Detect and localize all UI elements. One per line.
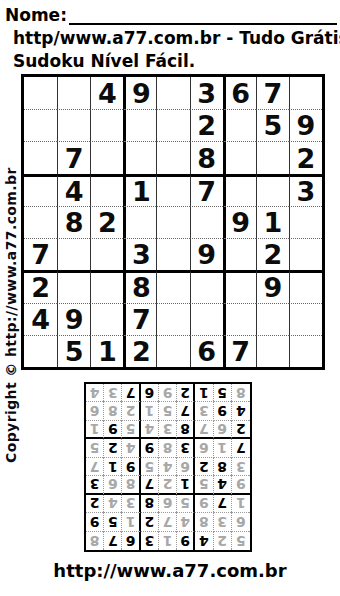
puzzle-cell: 7	[190, 174, 223, 206]
answer-cell: 7	[159, 513, 177, 531]
answer-cell: 9	[86, 513, 104, 531]
answer-cell: 3	[141, 532, 159, 550]
name-label: Nome:	[5, 5, 67, 25]
puzzle-cell	[256, 174, 289, 206]
answer-cell: 4	[86, 384, 104, 402]
puzzle-cell	[223, 238, 256, 270]
answer-cell: 2	[141, 513, 159, 531]
puzzle-cell	[57, 270, 90, 302]
footer-url: http://www.a77.com.br	[0, 560, 340, 581]
puzzle-cell: 2	[24, 270, 57, 302]
answer-cell: 1	[232, 495, 250, 513]
answer-cell: 2	[159, 476, 177, 494]
puzzle-cell: 2	[289, 141, 322, 173]
answer-cell: 3	[195, 402, 213, 420]
answer-cell: 1	[141, 402, 159, 420]
puzzle-cell	[123, 109, 156, 141]
answer-cell: 4	[104, 495, 122, 513]
puzzle-cell: 1	[90, 335, 123, 367]
answer-cell: 3	[214, 513, 232, 531]
name-blank-line	[69, 5, 337, 25]
answer-cell: 2	[104, 439, 122, 457]
answer-cell: 4	[195, 532, 213, 550]
puzzle-cell	[57, 77, 90, 109]
puzzle-cell	[223, 303, 256, 335]
answer-cell: 8	[195, 513, 213, 531]
sudoku-answer-grid-upside-down: 5249136786384721591795683429451278633826…	[84, 382, 252, 552]
answer-cell: 9	[232, 476, 250, 494]
sudoku-puzzle-grid: 4936725978241738291739228949751267	[21, 74, 325, 370]
site-title: http/www.a77.com.br - Tudo Grátis.	[13, 28, 340, 48]
puzzle-cell: 5	[57, 335, 90, 367]
puzzle-cell: 9	[190, 238, 223, 270]
answer-cell: 7	[177, 402, 195, 420]
answer-cell: 2	[195, 458, 213, 476]
answer-cell: 4	[122, 439, 140, 457]
puzzle-cell: 1	[123, 174, 156, 206]
sudoku-worksheet-page: Nome: http/www.a77.com.br - Tudo Grátis.…	[0, 0, 340, 596]
answer-cell: 2	[214, 532, 232, 550]
answer-cell: 3	[232, 458, 250, 476]
answer-cell: 4	[177, 513, 195, 531]
puzzle-cell	[24, 206, 57, 238]
answer-cell: 4	[159, 458, 177, 476]
answer-cell: 1	[86, 421, 104, 439]
puzzle-cell	[223, 174, 256, 206]
puzzle-cell: 9	[123, 77, 156, 109]
answer-cell: 6	[177, 458, 195, 476]
puzzle-cell: 2	[256, 238, 289, 270]
puzzle-cell	[24, 109, 57, 141]
answer-cell: 5	[177, 495, 195, 513]
puzzle-cell	[156, 109, 189, 141]
answer-cell: 5	[214, 384, 232, 402]
answer-cell: 3	[104, 384, 122, 402]
puzzle-cell: 7	[24, 238, 57, 270]
puzzle-cell	[190, 206, 223, 238]
answer-cell: 3	[177, 439, 195, 457]
answer-cell: 8	[214, 458, 232, 476]
answer-cell: 5	[232, 532, 250, 550]
answer-cell: 4	[141, 421, 159, 439]
puzzle-cell: 2	[90, 206, 123, 238]
puzzle-cell: 3	[289, 174, 322, 206]
puzzle-cell: 6	[190, 335, 223, 367]
answer-cell: 8	[177, 421, 195, 439]
answer-cell: 1	[122, 513, 140, 531]
answer-cell: 9	[177, 532, 195, 550]
answer-cell: 3	[159, 421, 177, 439]
answer-cell: 8	[232, 384, 250, 402]
answer-cell: 9	[122, 458, 140, 476]
puzzle-cell	[90, 270, 123, 302]
puzzle-cell: 8	[57, 206, 90, 238]
puzzle-cell: 8	[190, 141, 223, 173]
puzzle-cell: 7	[256, 77, 289, 109]
puzzle-cell	[256, 303, 289, 335]
puzzle-cell	[156, 303, 189, 335]
puzzle-level-title: Sudoku Nível Fácil.	[13, 51, 195, 71]
puzzle-cell: 2	[123, 335, 156, 367]
answer-cell: 5	[159, 402, 177, 420]
puzzle-cell	[90, 141, 123, 173]
answer-cell: 7	[232, 439, 250, 457]
answer-cell: 1	[214, 439, 232, 457]
answer-cell: 2	[122, 402, 140, 420]
answer-cell: 9	[159, 384, 177, 402]
puzzle-cell: 4	[57, 174, 90, 206]
answer-cell: 2	[177, 384, 195, 402]
puzzle-cell	[289, 335, 322, 367]
answer-cell: 7	[195, 421, 213, 439]
puzzle-cell	[190, 303, 223, 335]
puzzle-cell	[289, 270, 322, 302]
answer-cell: 1	[104, 458, 122, 476]
puzzle-cell	[156, 206, 189, 238]
answer-cell: 6	[195, 439, 213, 457]
puzzle-cell: 4	[90, 77, 123, 109]
puzzle-cell	[24, 141, 57, 173]
puzzle-cell	[90, 238, 123, 270]
answer-cell: 7	[86, 458, 104, 476]
puzzle-cell: 1	[256, 206, 289, 238]
puzzle-cell: 3	[190, 77, 223, 109]
answer-cell: 5	[86, 439, 104, 457]
puzzle-cell: 9	[256, 270, 289, 302]
puzzle-cell: 9	[57, 303, 90, 335]
puzzle-cell: 7	[57, 141, 90, 173]
answer-cell: 4	[214, 476, 232, 494]
puzzle-cell	[289, 238, 322, 270]
answer-cell: 8	[141, 495, 159, 513]
answer-cell: 8	[159, 439, 177, 457]
puzzle-cell	[24, 77, 57, 109]
puzzle-cell	[289, 206, 322, 238]
puzzle-cell	[190, 270, 223, 302]
puzzle-cell	[90, 174, 123, 206]
answer-cell: 9	[214, 402, 232, 420]
puzzle-cell: 6	[223, 77, 256, 109]
puzzle-cell	[156, 335, 189, 367]
puzzle-cell: 8	[123, 270, 156, 302]
answer-cell: 3	[86, 476, 104, 494]
answer-cell: 2	[86, 495, 104, 513]
answer-cell: 6	[232, 513, 250, 531]
puzzle-cell	[123, 141, 156, 173]
answer-cell: 6	[122, 532, 140, 550]
puzzle-cell	[156, 174, 189, 206]
puzzle-cell	[289, 77, 322, 109]
answer-cell: 7	[122, 384, 140, 402]
puzzle-cell	[90, 109, 123, 141]
answer-cell: 5	[104, 513, 122, 531]
name-row: Nome:	[5, 5, 337, 25]
puzzle-cell	[156, 77, 189, 109]
puzzle-cell	[123, 206, 156, 238]
puzzle-cell	[156, 238, 189, 270]
answer-cell: 8	[104, 402, 122, 420]
answer-cell: 6	[214, 421, 232, 439]
puzzle-cell: 2	[190, 109, 223, 141]
puzzle-cell	[223, 141, 256, 173]
puzzle-cell: 4	[24, 303, 57, 335]
puzzle-cell	[289, 303, 322, 335]
puzzle-cell: 7	[223, 335, 256, 367]
answer-cell: 9	[195, 495, 213, 513]
puzzle-cell	[223, 270, 256, 302]
answer-cell: 7	[214, 495, 232, 513]
answer-cell: 4	[232, 402, 250, 420]
answer-cell: 6	[141, 384, 159, 402]
puzzle-cell	[256, 141, 289, 173]
puzzle-cell	[90, 303, 123, 335]
answer-cell: 6	[104, 476, 122, 494]
puzzle-cell	[24, 174, 57, 206]
puzzle-cell	[256, 335, 289, 367]
answer-cell: 9	[104, 421, 122, 439]
puzzle-cell	[223, 109, 256, 141]
puzzle-cell	[57, 238, 90, 270]
puzzle-cell	[57, 109, 90, 141]
answer-cell: 1	[177, 476, 195, 494]
copyright-vertical-text: Copyright © http://www.a77.com.br	[3, 83, 19, 463]
answer-cell: 1	[195, 384, 213, 402]
puzzle-cell	[24, 335, 57, 367]
puzzle-cell	[156, 141, 189, 173]
puzzle-cell	[156, 270, 189, 302]
answer-cell: 3	[122, 495, 140, 513]
answer-cell: 5	[141, 458, 159, 476]
answer-cell: 2	[232, 421, 250, 439]
answer-cell: 7	[141, 476, 159, 494]
answer-cell: 1	[159, 532, 177, 550]
answer-cell: 6	[86, 402, 104, 420]
puzzle-cell: 3	[123, 238, 156, 270]
puzzle-cell: 9	[289, 109, 322, 141]
answer-cell: 8	[86, 532, 104, 550]
puzzle-cell: 5	[256, 109, 289, 141]
puzzle-cell: 7	[123, 303, 156, 335]
answer-cell: 6	[159, 495, 177, 513]
answer-cell: 5	[122, 421, 140, 439]
answer-cell: 7	[104, 532, 122, 550]
answer-cell: 8	[122, 476, 140, 494]
puzzle-cell: 9	[223, 206, 256, 238]
answer-cell: 5	[195, 476, 213, 494]
answer-cell: 9	[141, 439, 159, 457]
